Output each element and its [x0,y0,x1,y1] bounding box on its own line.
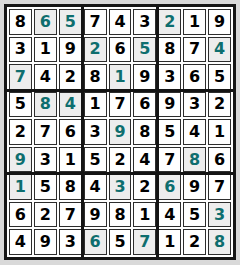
cell-r3c8[interactable]: 6 [183,64,206,90]
cell-r3c6[interactable]: 9 [133,64,156,90]
cell-r2c5[interactable]: 6 [109,37,132,63]
cell-r2c4[interactable]: 2 [84,37,107,63]
cell-r6c3[interactable]: 1 [59,147,82,173]
cell-r4c8[interactable]: 3 [183,92,206,118]
cell-r2c1[interactable]: 3 [9,37,32,63]
cell-r1c7[interactable]: 2 [158,9,181,35]
cell-r3c9[interactable]: 5 [208,64,231,90]
cell-r9c8[interactable]: 2 [183,229,206,255]
cell-r5c7[interactable]: 5 [158,119,181,145]
cell-r1c6[interactable]: 3 [133,9,156,35]
cell-r6c9[interactable]: 6 [208,147,231,173]
cell-r8c4[interactable]: 9 [84,202,107,228]
cell-r9c4[interactable]: 6 [84,229,107,255]
cell-r4c3[interactable]: 4 [59,92,82,118]
cell-r6c7[interactable]: 7 [158,147,181,173]
cell-r3c3[interactable]: 2 [59,64,82,90]
cell-r9c7[interactable]: 1 [158,229,181,255]
cell-r3c1[interactable]: 7 [9,64,32,90]
cell-r4c9[interactable]: 2 [208,92,231,118]
cell-r5c5[interactable]: 9 [109,119,132,145]
cell-r9c9[interactable]: 8 [208,229,231,255]
cell-r9c1[interactable]: 4 [9,229,32,255]
cell-r4c1[interactable]: 5 [9,92,32,118]
cell-r9c5[interactable]: 5 [109,229,132,255]
cell-r6c8[interactable]: 8 [183,147,206,173]
cell-r2c8[interactable]: 7 [183,37,206,63]
cell-r2c6[interactable]: 5 [133,37,156,63]
sudoku-board: 8657432193192658747428193655841769322763… [4,4,236,260]
cell-r1c2[interactable]: 6 [34,9,57,35]
cell-r9c3[interactable]: 3 [59,229,82,255]
cell-r5c6[interactable]: 8 [133,119,156,145]
cell-r5c2[interactable]: 7 [34,119,57,145]
cell-r4c5[interactable]: 7 [109,92,132,118]
cell-r7c7[interactable]: 6 [158,174,181,200]
cell-r9c6[interactable]: 7 [133,229,156,255]
cell-r2c9[interactable]: 4 [208,37,231,63]
cell-r2c2[interactable]: 1 [34,37,57,63]
cell-r6c4[interactable]: 5 [84,147,107,173]
cell-r7c6[interactable]: 2 [133,174,156,200]
cell-r7c3[interactable]: 8 [59,174,82,200]
cell-r1c1[interactable]: 8 [9,9,32,35]
cell-r8c8[interactable]: 5 [183,202,206,228]
cell-r5c8[interactable]: 4 [183,119,206,145]
cell-r5c9[interactable]: 1 [208,119,231,145]
cell-r4c7[interactable]: 9 [158,92,181,118]
cell-r7c2[interactable]: 5 [34,174,57,200]
sudoku-grid: 8657432193192658747428193655841769322763… [7,7,233,257]
cell-r9c2[interactable]: 9 [34,229,57,255]
cell-r7c8[interactable]: 9 [183,174,206,200]
cell-r2c3[interactable]: 9 [59,37,82,63]
cell-r3c4[interactable]: 8 [84,64,107,90]
cell-r5c1[interactable]: 2 [9,119,32,145]
cell-r3c2[interactable]: 4 [34,64,57,90]
cell-r8c6[interactable]: 1 [133,202,156,228]
cell-r2c7[interactable]: 8 [158,37,181,63]
cell-r8c2[interactable]: 2 [34,202,57,228]
cell-r8c7[interactable]: 4 [158,202,181,228]
cell-r1c4[interactable]: 7 [84,9,107,35]
cell-r4c6[interactable]: 6 [133,92,156,118]
cell-r6c1[interactable]: 9 [9,147,32,173]
cell-r4c4[interactable]: 1 [84,92,107,118]
cell-r8c9[interactable]: 3 [208,202,231,228]
cell-r1c8[interactable]: 1 [183,9,206,35]
cell-r6c2[interactable]: 3 [34,147,57,173]
cell-r6c5[interactable]: 2 [109,147,132,173]
cell-r7c5[interactable]: 3 [109,174,132,200]
cell-r5c4[interactable]: 3 [84,119,107,145]
cell-r7c1[interactable]: 1 [9,174,32,200]
cell-r6c6[interactable]: 4 [133,147,156,173]
cell-r8c3[interactable]: 7 [59,202,82,228]
cell-r7c9[interactable]: 7 [208,174,231,200]
cell-r3c5[interactable]: 1 [109,64,132,90]
cell-r7c4[interactable]: 4 [84,174,107,200]
cell-r1c3[interactable]: 5 [59,9,82,35]
cell-r5c3[interactable]: 6 [59,119,82,145]
cell-r3c7[interactable]: 3 [158,64,181,90]
cell-r1c9[interactable]: 9 [208,9,231,35]
cell-r4c2[interactable]: 8 [34,92,57,118]
cell-r8c1[interactable]: 6 [9,202,32,228]
cell-r1c5[interactable]: 4 [109,9,132,35]
cell-r8c5[interactable]: 8 [109,202,132,228]
